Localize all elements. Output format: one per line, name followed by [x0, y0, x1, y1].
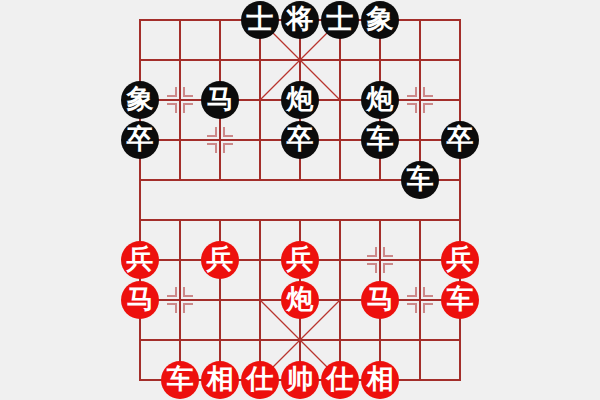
piece-black-cannon[interactable]: 炮 [361, 81, 399, 119]
piece-red-advisor[interactable]: 仕 [241, 361, 279, 399]
xiangqi-board: 士将士象象马炮炮卒卒车卒车兵兵兵兵马炮马车车相仕帅仕相 [120, 0, 480, 400]
piece-black-horse[interactable]: 马 [201, 81, 239, 119]
piece-red-cannon[interactable]: 炮 [281, 281, 319, 319]
piece-black-advisor[interactable]: 士 [321, 1, 359, 39]
piece-black-chariot[interactable]: 车 [361, 121, 399, 159]
xiangqi-app: 士将士象象马炮炮卒卒车卒车兵兵兵兵马炮马车车相仕帅仕相 [0, 0, 600, 400]
piece-red-pawn[interactable]: 兵 [121, 241, 159, 279]
piece-red-horse[interactable]: 马 [361, 281, 399, 319]
piece-red-general[interactable]: 帅 [281, 361, 319, 399]
piece-red-chariot[interactable]: 车 [161, 361, 199, 399]
piece-red-horse[interactable]: 马 [121, 281, 159, 319]
piece-red-advisor[interactable]: 仕 [321, 361, 359, 399]
piece-black-pawn[interactable]: 卒 [281, 121, 319, 159]
piece-red-pawn[interactable]: 兵 [281, 241, 319, 279]
piece-red-elephant[interactable]: 相 [361, 361, 399, 399]
piece-black-elephant[interactable]: 象 [361, 1, 399, 39]
piece-black-elephant[interactable]: 象 [121, 81, 159, 119]
piece-black-cannon[interactable]: 炮 [281, 81, 319, 119]
piece-red-pawn[interactable]: 兵 [201, 241, 239, 279]
piece-black-pawn[interactable]: 卒 [441, 121, 479, 159]
piece-black-pawn[interactable]: 卒 [121, 121, 159, 159]
piece-red-pawn[interactable]: 兵 [441, 241, 479, 279]
piece-red-elephant[interactable]: 相 [201, 361, 239, 399]
piece-red-chariot[interactable]: 车 [441, 281, 479, 319]
piece-black-chariot[interactable]: 车 [401, 161, 439, 199]
piece-black-general[interactable]: 将 [281, 1, 319, 39]
piece-black-advisor[interactable]: 士 [241, 1, 279, 39]
